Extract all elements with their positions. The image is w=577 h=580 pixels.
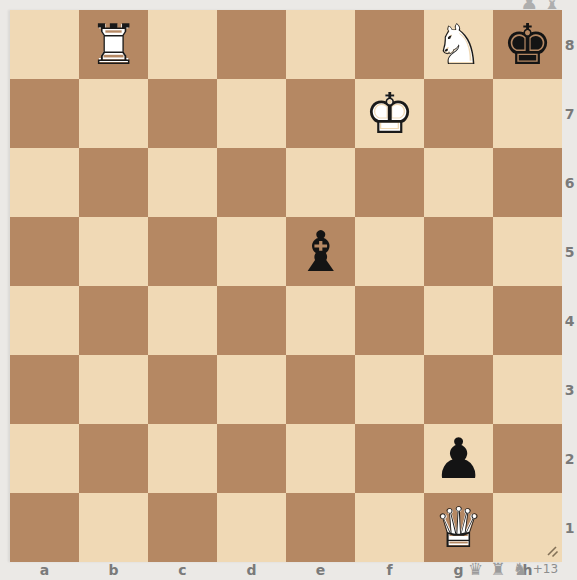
square-d5[interactable] [217, 217, 286, 286]
square-g6[interactable] [424, 148, 493, 217]
file-label-d: d [217, 561, 286, 580]
square-d3[interactable] [217, 355, 286, 424]
square-f7[interactable]: ♚♔ [355, 79, 424, 148]
square-a2[interactable] [10, 424, 79, 493]
square-g8[interactable]: ♞♘ [424, 10, 493, 79]
square-f3[interactable] [355, 355, 424, 424]
square-b1[interactable] [79, 493, 148, 562]
square-b2[interactable] [79, 424, 148, 493]
rank-coordinates: 87654321 [562, 10, 577, 562]
square-g4[interactable] [424, 286, 493, 355]
square-f6[interactable] [355, 148, 424, 217]
square-d4[interactable] [217, 286, 286, 355]
square-h7[interactable] [493, 79, 562, 148]
black-king-piece[interactable]: ♚ [493, 10, 562, 79]
square-g7[interactable] [424, 79, 493, 148]
square-f4[interactable] [355, 286, 424, 355]
file-label-c: c [148, 561, 217, 580]
square-c6[interactable] [148, 148, 217, 217]
square-a7[interactable] [10, 79, 79, 148]
captured-pawn-icon: ♟ [520, 0, 538, 12]
rank-label-1: 1 [562, 493, 577, 562]
square-a6[interactable] [10, 148, 79, 217]
rank-label-4: 4 [562, 286, 577, 355]
square-f2[interactable] [355, 424, 424, 493]
square-c2[interactable] [148, 424, 217, 493]
chess-board: ♜♖♞♘♚♚♔♝♟♛♕ [10, 10, 562, 562]
square-e3[interactable] [286, 355, 355, 424]
white-queen-piece[interactable]: ♕ [424, 493, 493, 562]
square-g3[interactable] [424, 355, 493, 424]
square-e2[interactable] [286, 424, 355, 493]
captured-rook-icon: ♜ [490, 560, 505, 579]
square-a1[interactable] [10, 493, 79, 562]
square-d7[interactable] [217, 79, 286, 148]
white-king-piece[interactable]: ♔ [355, 79, 424, 148]
square-e4[interactable] [286, 286, 355, 355]
captured-knight-icon: ♞ [513, 560, 528, 579]
square-a5[interactable] [10, 217, 79, 286]
file-label-a: a [10, 561, 79, 580]
board-resize-handle[interactable] [545, 544, 560, 559]
captured-bishop-icon: ♝ [543, 0, 561, 12]
square-h3[interactable] [493, 355, 562, 424]
square-b5[interactable] [79, 217, 148, 286]
square-h8[interactable]: ♚ [493, 10, 562, 79]
black-bishop-piece[interactable]: ♝ [286, 217, 355, 286]
square-b4[interactable] [79, 286, 148, 355]
square-f5[interactable] [355, 217, 424, 286]
square-f8[interactable] [355, 10, 424, 79]
square-c4[interactable] [148, 286, 217, 355]
square-g5[interactable] [424, 217, 493, 286]
square-e6[interactable] [286, 148, 355, 217]
rank-label-3: 3 [562, 355, 577, 424]
square-h5[interactable] [493, 217, 562, 286]
file-label-b: b [79, 561, 148, 580]
square-d2[interactable] [217, 424, 286, 493]
square-c3[interactable] [148, 355, 217, 424]
rank-label-6: 6 [562, 148, 577, 217]
rank-label-2: 2 [562, 424, 577, 493]
square-a3[interactable] [10, 355, 79, 424]
rank-label-5: 5 [562, 217, 577, 286]
square-h6[interactable] [493, 148, 562, 217]
square-e7[interactable] [286, 79, 355, 148]
black-pawn-piece[interactable]: ♟ [424, 424, 493, 493]
square-d1[interactable] [217, 493, 286, 562]
chess-app: ♟♝ ♜♖♞♘♚♚♔♝♟♛♕ 87654321 abcdefgh ♛♜♞+13 [0, 0, 577, 580]
square-b7[interactable] [79, 79, 148, 148]
square-g2[interactable]: ♟ [424, 424, 493, 493]
square-a4[interactable] [10, 286, 79, 355]
square-c1[interactable] [148, 493, 217, 562]
captured-queen-icon: ♛ [468, 560, 483, 579]
square-d6[interactable] [217, 148, 286, 217]
white-rook-piece[interactable]: ♖ [79, 10, 148, 79]
square-d8[interactable] [217, 10, 286, 79]
square-h2[interactable] [493, 424, 562, 493]
square-a8[interactable] [10, 10, 79, 79]
file-label-f: f [355, 561, 424, 580]
square-e1[interactable] [286, 493, 355, 562]
square-b6[interactable] [79, 148, 148, 217]
square-c5[interactable] [148, 217, 217, 286]
square-f1[interactable] [355, 493, 424, 562]
rank-label-8: 8 [562, 10, 577, 79]
square-e8[interactable] [286, 10, 355, 79]
material-advantage: +13 [533, 560, 558, 579]
white-knight-piece[interactable]: ♘ [424, 10, 493, 79]
captured-pieces-tray-top: ♟♝ [520, 0, 561, 12]
square-e5[interactable]: ♝ [286, 217, 355, 286]
captured-pieces-tray-bottom: ♛♜♞+13 [468, 560, 558, 579]
square-b3[interactable] [79, 355, 148, 424]
square-c7[interactable] [148, 79, 217, 148]
square-g1[interactable]: ♛♕ [424, 493, 493, 562]
rank-label-7: 7 [562, 79, 577, 148]
file-label-e: e [286, 561, 355, 580]
square-b8[interactable]: ♜♖ [79, 10, 148, 79]
square-h4[interactable] [493, 286, 562, 355]
square-c8[interactable] [148, 10, 217, 79]
